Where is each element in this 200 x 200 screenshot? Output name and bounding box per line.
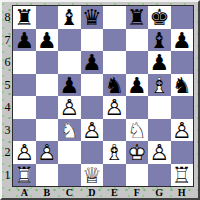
file-label-d: D <box>81 187 104 199</box>
black-bishop-icon: ♝ <box>148 29 171 52</box>
square-c6[interactable] <box>58 51 81 74</box>
square-d3[interactable]: ♟♙ <box>81 119 104 142</box>
rank-label-3: 3 <box>3 119 12 142</box>
square-g2[interactable]: ♟♙ <box>148 141 171 164</box>
rank-label-7: 7 <box>3 29 12 52</box>
piece-glyph: ♟ <box>171 29 194 52</box>
piece-glyph: ♛ <box>81 6 104 29</box>
square-a5[interactable] <box>13 74 36 97</box>
white-queen-icon: ♛♕ <box>81 164 104 187</box>
piece-glyph: ♟ <box>58 74 81 97</box>
piece-outline-glyph: ♙ <box>103 96 126 119</box>
square-c8[interactable]: ♝ <box>58 6 81 29</box>
square-e5[interactable]: ♞ <box>103 74 126 97</box>
square-e1[interactable] <box>103 164 126 187</box>
piece-glyph: ♟ <box>81 51 104 74</box>
black-pawn-icon: ♟ <box>148 51 171 74</box>
black-pawn-icon: ♟ <box>171 29 194 52</box>
square-e3[interactable] <box>103 119 126 142</box>
file-label-c: C <box>58 187 81 199</box>
square-b8[interactable] <box>36 6 59 29</box>
square-f4[interactable] <box>126 96 149 119</box>
piece-outline-glyph: ♙ <box>171 119 194 142</box>
black-bishop-icon: ♝ <box>58 6 81 29</box>
square-d8[interactable]: ♛ <box>81 6 104 29</box>
file-label-f: F <box>126 187 149 199</box>
board-frame: ♜♝♛♜♚♟♟♝♟♟♟♟♞♟♝♗♞♟♙♟♙♞♘♟♙♞♘♟♙♟♙♟♙♝♗♚♔♟♙♜… <box>0 0 200 200</box>
file-label-e: E <box>103 187 126 199</box>
square-f8[interactable]: ♜ <box>126 6 149 29</box>
square-h3[interactable]: ♟♙ <box>171 119 194 142</box>
black-king-icon: ♚ <box>148 6 171 29</box>
white-pawn-icon: ♟♙ <box>36 141 59 164</box>
black-rook-icon: ♜ <box>126 6 149 29</box>
square-e6[interactable] <box>103 51 126 74</box>
piece-outline-glyph: ♙ <box>148 141 171 164</box>
square-g7[interactable]: ♝ <box>148 29 171 52</box>
square-b2[interactable]: ♟♙ <box>36 141 59 164</box>
square-f5[interactable]: ♟ <box>126 74 149 97</box>
square-a6[interactable] <box>13 51 36 74</box>
square-e4[interactable]: ♟♙ <box>103 96 126 119</box>
white-knight-icon: ♞♘ <box>58 119 81 142</box>
square-f7[interactable] <box>126 29 149 52</box>
black-pawn-icon: ♟ <box>126 74 149 97</box>
piece-outline-glyph: ♕ <box>81 164 104 187</box>
white-pawn-icon: ♟♙ <box>148 141 171 164</box>
black-pawn-icon: ♟ <box>13 29 36 52</box>
rank-label-8: 8 <box>3 6 12 29</box>
square-b7[interactable]: ♟ <box>36 29 59 52</box>
square-d6[interactable]: ♟ <box>81 51 104 74</box>
square-h6[interactable] <box>171 51 194 74</box>
rank-label-4: 4 <box>3 96 12 119</box>
square-f6[interactable] <box>126 51 149 74</box>
square-a8[interactable]: ♜ <box>13 6 36 29</box>
square-c5[interactable]: ♟ <box>58 74 81 97</box>
file-label-a: A <box>13 187 36 199</box>
black-pawn-icon: ♟ <box>58 74 81 97</box>
piece-outline-glyph: ♘ <box>126 119 149 142</box>
black-pawn-icon: ♟ <box>81 51 104 74</box>
square-c4[interactable]: ♟♙ <box>58 96 81 119</box>
square-e7[interactable] <box>103 29 126 52</box>
square-c2[interactable] <box>58 141 81 164</box>
piece-glyph: ♟ <box>148 51 171 74</box>
piece-glyph: ♞ <box>171 74 194 97</box>
square-g1[interactable] <box>148 164 171 187</box>
square-a2[interactable]: ♟♙ <box>13 141 36 164</box>
square-f2[interactable]: ♚♔ <box>126 141 149 164</box>
square-g8[interactable]: ♚ <box>148 6 171 29</box>
file-label-b: B <box>36 187 59 199</box>
black-knight-icon: ♞ <box>171 74 194 97</box>
piece-glyph: ♞ <box>103 74 126 97</box>
rank-label-6: 6 <box>3 51 12 74</box>
square-d1[interactable]: ♛♕ <box>81 164 104 187</box>
white-rook-icon: ♜♖ <box>13 164 36 187</box>
square-b5[interactable] <box>36 74 59 97</box>
rank-label-1: 1 <box>3 164 12 187</box>
square-b6[interactable] <box>36 51 59 74</box>
square-f3[interactable]: ♞♘ <box>126 119 149 142</box>
square-h2[interactable] <box>171 141 194 164</box>
square-g5[interactable]: ♝♗ <box>148 74 171 97</box>
white-pawn-icon: ♟♙ <box>13 141 36 164</box>
black-knight-icon: ♞ <box>103 74 126 97</box>
piece-glyph: ♚ <box>148 6 171 29</box>
rank-label-2: 2 <box>3 141 12 164</box>
piece-glyph: ♝ <box>148 29 171 52</box>
white-pawn-icon: ♟♙ <box>58 96 81 119</box>
square-a1[interactable]: ♜♖ <box>13 164 36 187</box>
square-g6[interactable]: ♟ <box>148 51 171 74</box>
piece-glyph: ♜ <box>126 6 149 29</box>
piece-glyph: ♟ <box>13 29 36 52</box>
square-b4[interactable] <box>36 96 59 119</box>
piece-outline-glyph: ♙ <box>81 119 104 142</box>
file-label-h: H <box>171 187 194 199</box>
piece-outline-glyph: ♖ <box>171 164 194 187</box>
piece-glyph: ♟ <box>126 74 149 97</box>
square-e8[interactable] <box>103 6 126 29</box>
white-pawn-icon: ♟♙ <box>171 119 194 142</box>
square-g3[interactable] <box>148 119 171 142</box>
square-h4[interactable] <box>171 96 194 119</box>
square-b3[interactable] <box>36 119 59 142</box>
piece-glyph: ♟ <box>36 29 59 52</box>
piece-outline-glyph: ♙ <box>36 141 59 164</box>
square-a4[interactable] <box>13 96 36 119</box>
piece-outline-glyph: ♙ <box>13 141 36 164</box>
piece-outline-glyph: ♔ <box>126 141 149 164</box>
white-knight-icon: ♞♘ <box>126 119 149 142</box>
black-pawn-icon: ♟ <box>36 29 59 52</box>
black-rook-icon: ♜ <box>13 6 36 29</box>
square-d7[interactable] <box>81 29 104 52</box>
black-queen-icon: ♛ <box>81 6 104 29</box>
piece-glyph: ♝ <box>58 6 81 29</box>
square-f1[interactable] <box>126 164 149 187</box>
square-d4[interactable] <box>81 96 104 119</box>
square-e2[interactable]: ♝♗ <box>103 141 126 164</box>
chess-board: ♜♝♛♜♚♟♟♝♟♟♟♟♞♟♝♗♞♟♙♟♙♞♘♟♙♞♘♟♙♟♙♟♙♝♗♚♔♟♙♜… <box>12 5 194 187</box>
square-d5[interactable] <box>81 74 104 97</box>
square-h7[interactable]: ♟ <box>171 29 194 52</box>
white-bishop-icon: ♝♗ <box>103 141 126 164</box>
piece-glyph: ♜ <box>13 6 36 29</box>
square-b1[interactable] <box>36 164 59 187</box>
square-a7[interactable]: ♟ <box>13 29 36 52</box>
white-king-icon: ♚♔ <box>126 141 149 164</box>
square-g4[interactable] <box>148 96 171 119</box>
piece-outline-glyph: ♙ <box>58 96 81 119</box>
square-c7[interactable] <box>58 29 81 52</box>
white-pawn-icon: ♟♙ <box>81 119 104 142</box>
square-c1[interactable] <box>58 164 81 187</box>
rank-label-5: 5 <box>3 74 12 97</box>
square-a3[interactable] <box>13 119 36 142</box>
square-d2[interactable] <box>81 141 104 164</box>
white-pawn-icon: ♟♙ <box>103 96 126 119</box>
square-c3[interactable]: ♞♘ <box>58 119 81 142</box>
file-label-g: G <box>148 187 171 199</box>
square-h8[interactable] <box>171 6 194 29</box>
white-rook-icon: ♜♖ <box>171 164 194 187</box>
piece-outline-glyph: ♗ <box>103 141 126 164</box>
square-h1[interactable]: ♜♖ <box>171 164 194 187</box>
piece-outline-glyph: ♖ <box>13 164 36 187</box>
piece-outline-glyph: ♗ <box>148 74 171 97</box>
piece-outline-glyph: ♘ <box>58 119 81 142</box>
white-bishop-icon: ♝♗ <box>148 74 171 97</box>
square-h5[interactable]: ♞ <box>171 74 194 97</box>
